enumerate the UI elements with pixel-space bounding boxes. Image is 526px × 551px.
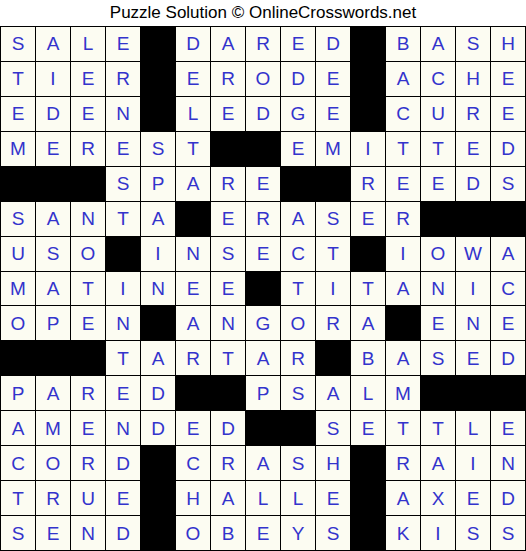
letter-cell: R [386, 202, 420, 236]
letter-cell: D [36, 97, 70, 131]
black-cell [106, 237, 140, 271]
black-cell [351, 237, 385, 271]
letter-cell: E [491, 411, 525, 445]
letter-cell: A [316, 376, 350, 410]
letter-cell: T [211, 341, 245, 375]
letter-cell: E [106, 376, 140, 410]
black-cell [71, 341, 105, 375]
letter-cell: D [491, 481, 525, 515]
letter-cell: E [176, 62, 210, 96]
black-cell [211, 132, 245, 166]
letter-cell: E [421, 306, 455, 340]
letter-cell: P [246, 376, 280, 410]
letter-cell: T [106, 341, 140, 375]
letter-cell: E [316, 481, 350, 515]
page-title: Puzzle Solution © OnlineCrosswords.net [0, 0, 526, 26]
letter-cell: S [491, 516, 525, 550]
letter-cell: S [316, 411, 350, 445]
letter-cell: T [176, 132, 210, 166]
letter-cell: A [386, 341, 420, 375]
letter-cell: S [456, 516, 490, 550]
letter-cell: D [141, 376, 175, 410]
letter-cell: B [351, 341, 385, 375]
black-cell [141, 516, 175, 550]
black-cell [141, 97, 175, 131]
black-cell [211, 376, 245, 410]
black-cell [386, 306, 420, 340]
letter-cell: T [421, 411, 455, 445]
letter-cell: M [316, 132, 350, 166]
letter-cell: S [281, 446, 315, 480]
letter-cell: N [176, 237, 210, 271]
letter-cell: O [71, 237, 105, 271]
letter-cell: D [106, 446, 140, 480]
black-cell [246, 272, 280, 306]
letter-cell: C [281, 237, 315, 271]
letter-cell: I [456, 446, 490, 480]
letter-cell: D [106, 516, 140, 550]
letter-cell: K [386, 516, 420, 550]
black-cell [456, 202, 490, 236]
letter-cell: N [421, 272, 455, 306]
letter-cell: G [246, 306, 280, 340]
letter-cell: I [316, 272, 350, 306]
letter-cell: D [141, 411, 175, 445]
letter-cell: N [491, 446, 525, 480]
letter-cell: A [246, 341, 280, 375]
letter-cell: E [351, 411, 385, 445]
letter-cell: S [316, 202, 350, 236]
letter-cell: A [1, 411, 35, 445]
letter-cell: R [211, 446, 245, 480]
letter-cell: R [211, 62, 245, 96]
letter-cell: E [211, 202, 245, 236]
letter-cell: O [1, 306, 35, 340]
letter-cell: A [211, 27, 245, 61]
letter-cell: O [36, 446, 70, 480]
letter-cell: C [386, 97, 420, 131]
letter-cell: I [106, 272, 140, 306]
letter-cell: A [421, 27, 455, 61]
black-cell [456, 376, 490, 410]
letter-cell: A [36, 202, 70, 236]
letter-cell: T [281, 272, 315, 306]
letter-cell: E [386, 167, 420, 201]
letter-cell: R [71, 446, 105, 480]
black-cell [421, 376, 455, 410]
black-cell [141, 62, 175, 96]
letter-cell: E [281, 27, 315, 61]
letter-cell: W [456, 237, 490, 271]
letter-cell: R [106, 62, 140, 96]
letter-cell: D [316, 27, 350, 61]
letter-cell: D [176, 27, 210, 61]
crossword-grid: SALEDAREDBASHTIERERODEACHEEDENLEDGECUREM… [0, 26, 526, 551]
black-cell [36, 341, 70, 375]
letter-cell: U [1, 237, 35, 271]
letter-cell: N [106, 411, 140, 445]
letter-cell: R [316, 306, 350, 340]
letter-cell: A [351, 306, 385, 340]
letter-cell: A [36, 27, 70, 61]
black-cell [1, 341, 35, 375]
letter-cell: O [421, 237, 455, 271]
letter-cell: E [36, 132, 70, 166]
letter-cell: C [491, 272, 525, 306]
letter-cell: E [456, 132, 490, 166]
letter-cell: N [106, 306, 140, 340]
letter-cell: A [176, 167, 210, 201]
letter-cell: T [421, 132, 455, 166]
letter-cell: U [71, 481, 105, 515]
black-cell [1, 167, 35, 201]
letter-cell: M [1, 272, 35, 306]
letter-cell: L [176, 97, 210, 131]
letter-cell: R [281, 341, 315, 375]
letter-cell: L [246, 481, 280, 515]
letter-cell: E [246, 167, 280, 201]
letter-cell: A [176, 306, 210, 340]
black-cell [316, 167, 350, 201]
letter-cell: E [106, 132, 140, 166]
letter-cell: E [456, 481, 490, 515]
letter-cell: A [386, 62, 420, 96]
letter-cell: R [36, 481, 70, 515]
black-cell [316, 341, 350, 375]
letter-cell: R [176, 341, 210, 375]
letter-cell: T [1, 62, 35, 96]
letter-cell: I [456, 272, 490, 306]
letter-cell: S [1, 27, 35, 61]
letter-cell: O [246, 62, 280, 96]
letter-cell: H [316, 446, 350, 480]
letter-cell: A [36, 376, 70, 410]
black-cell [421, 202, 455, 236]
letter-cell: R [71, 132, 105, 166]
letter-cell: S [491, 167, 525, 201]
letter-cell: A [386, 481, 420, 515]
black-cell [71, 167, 105, 201]
letter-cell: E [421, 167, 455, 201]
letter-cell: E [71, 97, 105, 131]
letter-cell: E [281, 132, 315, 166]
letter-cell: C [176, 446, 210, 480]
letter-cell: I [141, 237, 175, 271]
black-cell [141, 481, 175, 515]
letter-cell: E [351, 202, 385, 236]
black-cell [36, 167, 70, 201]
letter-cell: M [36, 411, 70, 445]
letter-cell: L [281, 481, 315, 515]
letter-cell: A [36, 272, 70, 306]
letter-cell: E [176, 411, 210, 445]
letter-cell: E [71, 306, 105, 340]
letter-cell: D [456, 167, 490, 201]
black-cell [351, 27, 385, 61]
letter-cell: T [1, 481, 35, 515]
letter-cell: S [211, 237, 245, 271]
letter-cell: O [176, 516, 210, 550]
letter-cell: A [281, 202, 315, 236]
letter-cell: T [316, 237, 350, 271]
letter-cell: S [141, 132, 175, 166]
letter-cell: S [316, 516, 350, 550]
letter-cell: R [71, 376, 105, 410]
black-cell [176, 202, 210, 236]
puzzle-solution-page: Puzzle Solution © OnlineCrosswords.net S… [0, 0, 526, 551]
black-cell [246, 411, 280, 445]
letter-cell: R [386, 446, 420, 480]
letter-cell: B [386, 27, 420, 61]
letter-cell: E [211, 97, 245, 131]
black-cell [351, 516, 385, 550]
letter-cell: Y [281, 516, 315, 550]
letter-cell: S [106, 167, 140, 201]
letter-cell: R [246, 202, 280, 236]
letter-cell: I [421, 516, 455, 550]
letter-cell: A [421, 446, 455, 480]
letter-cell: A [141, 341, 175, 375]
letter-cell: D [211, 411, 245, 445]
letter-cell: M [386, 376, 420, 410]
black-cell [281, 411, 315, 445]
letter-cell: D [281, 62, 315, 96]
letter-cell: A [386, 272, 420, 306]
letter-cell: S [456, 27, 490, 61]
letter-cell: S [281, 376, 315, 410]
black-cell [176, 376, 210, 410]
letter-cell: L [71, 27, 105, 61]
letter-cell: M [1, 132, 35, 166]
black-cell [491, 202, 525, 236]
letter-cell: R [456, 97, 490, 131]
letter-cell: E [106, 481, 140, 515]
letter-cell: S [1, 202, 35, 236]
letter-cell: U [421, 97, 455, 131]
letter-cell: R [351, 167, 385, 201]
letter-cell: T [386, 132, 420, 166]
letter-cell: T [106, 202, 140, 236]
letter-cell: E [106, 27, 140, 61]
black-cell [141, 306, 175, 340]
letter-cell: N [71, 202, 105, 236]
letter-cell: T [351, 272, 385, 306]
black-cell [351, 446, 385, 480]
letter-cell: R [246, 27, 280, 61]
letter-cell: N [211, 306, 245, 340]
letter-cell: E [491, 62, 525, 96]
letter-cell: O [281, 306, 315, 340]
letter-cell: I [36, 62, 70, 96]
letter-cell: I [386, 237, 420, 271]
letter-cell: D [246, 97, 280, 131]
letter-cell: E [1, 97, 35, 131]
letter-cell: N [141, 272, 175, 306]
black-cell [141, 27, 175, 61]
black-cell [141, 446, 175, 480]
letter-cell: E [36, 516, 70, 550]
letter-cell: R [211, 167, 245, 201]
letter-cell: H [176, 481, 210, 515]
letter-cell: P [1, 376, 35, 410]
letter-cell: E [456, 341, 490, 375]
letter-cell: A [141, 202, 175, 236]
letter-cell: E [246, 237, 280, 271]
letter-cell: E [316, 97, 350, 131]
letter-cell: A [246, 446, 280, 480]
letter-cell: E [316, 62, 350, 96]
letter-cell: X [421, 481, 455, 515]
letter-cell: A [211, 481, 245, 515]
letter-cell: E [246, 516, 280, 550]
letter-cell: N [456, 306, 490, 340]
black-cell [491, 376, 525, 410]
black-cell [246, 132, 280, 166]
letter-cell: H [456, 62, 490, 96]
letter-cell: P [36, 306, 70, 340]
letter-cell: T [386, 411, 420, 445]
letter-cell: H [491, 27, 525, 61]
letter-cell: E [71, 411, 105, 445]
letter-cell: E [211, 272, 245, 306]
letter-cell: L [456, 411, 490, 445]
letter-cell: E [176, 272, 210, 306]
letter-cell: G [281, 97, 315, 131]
black-cell [351, 62, 385, 96]
letter-cell: A [491, 237, 525, 271]
letter-cell: S [421, 341, 455, 375]
letter-cell: D [491, 132, 525, 166]
letter-cell: S [1, 516, 35, 550]
letter-cell: E [491, 306, 525, 340]
letter-cell: I [351, 132, 385, 166]
letter-cell: C [421, 62, 455, 96]
letter-cell: S [36, 237, 70, 271]
letter-cell: P [141, 167, 175, 201]
letter-cell: N [106, 97, 140, 131]
letter-cell: L [351, 376, 385, 410]
letter-cell: N [71, 516, 105, 550]
letter-cell: E [71, 62, 105, 96]
letter-cell: B [211, 516, 245, 550]
black-cell [281, 167, 315, 201]
letter-cell: C [1, 446, 35, 480]
letter-cell: D [491, 341, 525, 375]
letter-cell: E [491, 97, 525, 131]
black-cell [351, 97, 385, 131]
black-cell [351, 481, 385, 515]
letter-cell: T [71, 272, 105, 306]
